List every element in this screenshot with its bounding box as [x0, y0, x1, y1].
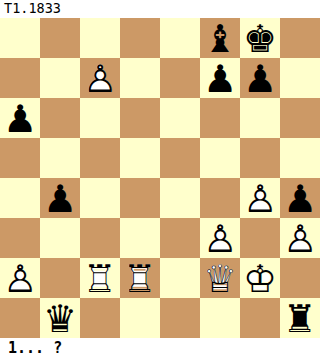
square-g2[interactable]: ♚♔	[240, 258, 280, 298]
square-d4[interactable]	[120, 178, 160, 218]
square-f7[interactable]: ♟	[200, 58, 240, 98]
square-e3[interactable]	[160, 218, 200, 258]
square-h8[interactable]	[280, 18, 320, 58]
white-pawn-piece: ♟♙	[0, 258, 40, 298]
square-e2[interactable]	[160, 258, 200, 298]
square-a2[interactable]: ♟♙	[0, 258, 40, 298]
puzzle-id: T1.1833	[0, 0, 320, 18]
white-king-piece-outline: ♔	[240, 258, 280, 298]
square-g1[interactable]	[240, 298, 280, 338]
square-c8[interactable]	[80, 18, 120, 58]
square-f8[interactable]: ♝	[200, 18, 240, 58]
square-c4[interactable]	[80, 178, 120, 218]
square-b8[interactable]	[40, 18, 80, 58]
square-c5[interactable]	[80, 138, 120, 178]
square-h5[interactable]	[280, 138, 320, 178]
square-d3[interactable]	[120, 218, 160, 258]
square-h6[interactable]	[280, 98, 320, 138]
white-queen-piece-outline: ♕	[200, 258, 240, 298]
square-f2[interactable]: ♛♕	[200, 258, 240, 298]
square-f5[interactable]	[200, 138, 240, 178]
square-b6[interactable]	[40, 98, 80, 138]
square-c7[interactable]: ♟♙	[80, 58, 120, 98]
square-g4[interactable]: ♟♙	[240, 178, 280, 218]
white-rook-piece: ♜♖	[80, 258, 120, 298]
black-pawn-piece: ♟	[280, 178, 320, 218]
square-d7[interactable]	[120, 58, 160, 98]
square-b2[interactable]	[40, 258, 80, 298]
square-c3[interactable]	[80, 218, 120, 258]
square-h2[interactable]	[280, 258, 320, 298]
black-pawn-piece: ♟	[40, 178, 80, 218]
square-f1[interactable]	[200, 298, 240, 338]
black-queen-piece: ♛	[40, 298, 80, 338]
square-e7[interactable]	[160, 58, 200, 98]
white-rook-piece: ♜♖	[120, 258, 160, 298]
square-e6[interactable]	[160, 98, 200, 138]
square-h4[interactable]: ♟	[280, 178, 320, 218]
square-f4[interactable]	[200, 178, 240, 218]
white-pawn-piece: ♟♙	[200, 218, 240, 258]
square-a3[interactable]	[0, 218, 40, 258]
square-c2[interactable]: ♜♖	[80, 258, 120, 298]
white-pawn-piece: ♟♙	[240, 178, 280, 218]
black-pawn-piece: ♟	[240, 58, 280, 98]
square-d8[interactable]	[120, 18, 160, 58]
square-b5[interactable]	[40, 138, 80, 178]
square-h1[interactable]: ♜	[280, 298, 320, 338]
black-rook-piece: ♜	[280, 298, 320, 338]
black-pawn-piece: ♟	[0, 98, 40, 138]
square-d6[interactable]	[120, 98, 160, 138]
white-pawn-piece-outline: ♙	[80, 58, 120, 98]
square-b1[interactable]: ♛	[40, 298, 80, 338]
square-c1[interactable]	[80, 298, 120, 338]
square-c6[interactable]	[80, 98, 120, 138]
square-e5[interactable]	[160, 138, 200, 178]
square-a1[interactable]	[0, 298, 40, 338]
square-e8[interactable]	[160, 18, 200, 58]
square-h3[interactable]: ♟♙	[280, 218, 320, 258]
square-f6[interactable]	[200, 98, 240, 138]
white-pawn-piece: ♟♙	[80, 58, 120, 98]
square-g3[interactable]	[240, 218, 280, 258]
square-a7[interactable]	[0, 58, 40, 98]
move-prompt: 1... ?	[0, 338, 320, 360]
square-b7[interactable]	[40, 58, 80, 98]
square-g5[interactable]	[240, 138, 280, 178]
square-a5[interactable]	[0, 138, 40, 178]
square-e1[interactable]	[160, 298, 200, 338]
square-d1[interactable]	[120, 298, 160, 338]
square-a8[interactable]	[0, 18, 40, 58]
white-pawn-piece: ♟♙	[280, 218, 320, 258]
white-queen-piece: ♛♕	[200, 258, 240, 298]
white-rook-piece-outline: ♖	[80, 258, 120, 298]
white-pawn-piece-outline: ♙	[280, 218, 320, 258]
square-a4[interactable]	[0, 178, 40, 218]
square-b4[interactable]: ♟	[40, 178, 80, 218]
white-pawn-piece-outline: ♙	[240, 178, 280, 218]
square-d2[interactable]: ♜♖	[120, 258, 160, 298]
white-pawn-piece-outline: ♙	[0, 258, 40, 298]
black-bishop-piece: ♝	[200, 18, 240, 58]
square-h7[interactable]	[280, 58, 320, 98]
square-b3[interactable]	[40, 218, 80, 258]
white-pawn-piece-outline: ♙	[200, 218, 240, 258]
square-a6[interactable]: ♟	[0, 98, 40, 138]
square-f3[interactable]: ♟♙	[200, 218, 240, 258]
square-g8[interactable]: ♚	[240, 18, 280, 58]
black-king-piece: ♚	[240, 18, 280, 58]
black-pawn-piece: ♟	[200, 58, 240, 98]
square-g6[interactable]	[240, 98, 280, 138]
white-king-piece: ♚♔	[240, 258, 280, 298]
square-g7[interactable]: ♟	[240, 58, 280, 98]
chess-board: ♝♚♟♙♟♟♟♟♟♙♟♟♙♟♙♟♙♜♖♜♖♛♕♚♔♛♜	[0, 18, 320, 338]
square-e4[interactable]	[160, 178, 200, 218]
square-d5[interactable]	[120, 138, 160, 178]
white-rook-piece-outline: ♖	[120, 258, 160, 298]
